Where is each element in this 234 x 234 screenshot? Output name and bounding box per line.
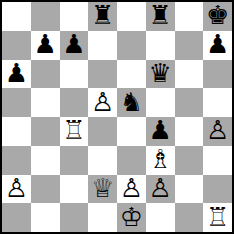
- piece-white-rook[interactable]: ♖: [62, 117, 85, 143]
- square-b6[interactable]: [31, 60, 60, 89]
- square-e4[interactable]: [117, 117, 146, 146]
- square-g2[interactable]: [175, 175, 204, 204]
- piece-black-pawn[interactable]: ♟: [62, 31, 85, 57]
- chess-board: ♜♜♚♟♟♟♟♛♙♞♖♟♙♗♙♕♙♙♔♖: [0, 0, 234, 234]
- square-f1[interactable]: [146, 203, 175, 232]
- square-c5[interactable]: [60, 88, 89, 117]
- square-a4[interactable]: [2, 117, 31, 146]
- piece-white-pawn[interactable]: ♙: [5, 175, 28, 201]
- square-a2[interactable]: ♙: [2, 175, 31, 204]
- square-h4[interactable]: ♙: [203, 117, 232, 146]
- square-h7[interactable]: ♟: [203, 31, 232, 60]
- piece-black-pawn[interactable]: ♟: [206, 31, 229, 57]
- square-a3[interactable]: [2, 146, 31, 175]
- square-a5[interactable]: [2, 88, 31, 117]
- square-c3[interactable]: [60, 146, 89, 175]
- piece-black-rook[interactable]: ♜: [91, 2, 114, 28]
- square-b7[interactable]: ♟: [31, 31, 60, 60]
- square-g1[interactable]: [175, 203, 204, 232]
- square-e3[interactable]: [117, 146, 146, 175]
- square-h8[interactable]: ♚: [203, 2, 232, 31]
- square-d3[interactable]: [88, 146, 117, 175]
- square-e2[interactable]: ♙: [117, 175, 146, 204]
- square-a1[interactable]: [2, 203, 31, 232]
- square-a8[interactable]: [2, 2, 31, 31]
- square-d7[interactable]: [88, 31, 117, 60]
- square-e1[interactable]: ♔: [117, 203, 146, 232]
- square-f3[interactable]: ♗: [146, 146, 175, 175]
- square-f5[interactable]: [146, 88, 175, 117]
- piece-white-bishop[interactable]: ♗: [148, 146, 171, 172]
- piece-white-rook[interactable]: ♖: [206, 204, 229, 230]
- piece-white-queen[interactable]: ♕: [91, 175, 114, 201]
- piece-white-king[interactable]: ♔: [120, 204, 143, 230]
- square-b3[interactable]: [31, 146, 60, 175]
- square-c2[interactable]: [60, 175, 89, 204]
- piece-black-knight[interactable]: ♞: [120, 89, 143, 115]
- square-h3[interactable]: [203, 146, 232, 175]
- square-a7[interactable]: [2, 31, 31, 60]
- piece-black-pawn[interactable]: ♟: [148, 117, 171, 143]
- piece-black-king[interactable]: ♚: [206, 2, 229, 28]
- square-b5[interactable]: [31, 88, 60, 117]
- square-d8[interactable]: ♜: [88, 2, 117, 31]
- square-h2[interactable]: [203, 175, 232, 204]
- square-h5[interactable]: [203, 88, 232, 117]
- piece-white-pawn[interactable]: ♙: [91, 89, 114, 115]
- square-f2[interactable]: ♙: [146, 175, 175, 204]
- square-c8[interactable]: [60, 2, 89, 31]
- piece-white-pawn[interactable]: ♙: [148, 175, 171, 201]
- piece-black-pawn[interactable]: ♟: [33, 31, 56, 57]
- square-f4[interactable]: ♟: [146, 117, 175, 146]
- square-f8[interactable]: ♜: [146, 2, 175, 31]
- piece-white-pawn[interactable]: ♙: [120, 175, 143, 201]
- square-e5[interactable]: ♞: [117, 88, 146, 117]
- square-g7[interactable]: [175, 31, 204, 60]
- square-d5[interactable]: ♙: [88, 88, 117, 117]
- square-d2[interactable]: ♕: [88, 175, 117, 204]
- square-c1[interactable]: [60, 203, 89, 232]
- piece-white-pawn[interactable]: ♙: [206, 117, 229, 143]
- square-b2[interactable]: [31, 175, 60, 204]
- square-g5[interactable]: [175, 88, 204, 117]
- square-b8[interactable]: [31, 2, 60, 31]
- square-d6[interactable]: [88, 60, 117, 89]
- square-c4[interactable]: ♖: [60, 117, 89, 146]
- square-c6[interactable]: [60, 60, 89, 89]
- square-h6[interactable]: [203, 60, 232, 89]
- square-a6[interactable]: ♟: [2, 60, 31, 89]
- piece-black-queen[interactable]: ♛: [148, 60, 171, 86]
- square-g3[interactable]: [175, 146, 204, 175]
- square-f6[interactable]: ♛: [146, 60, 175, 89]
- square-g8[interactable]: [175, 2, 204, 31]
- square-b1[interactable]: [31, 203, 60, 232]
- square-g4[interactable]: [175, 117, 204, 146]
- square-f7[interactable]: [146, 31, 175, 60]
- piece-black-pawn[interactable]: ♟: [5, 60, 28, 86]
- chess-diagram: ♜♜♚♟♟♟♟♛♙♞♖♟♙♗♙♕♙♙♔♖: [0, 0, 234, 234]
- square-e6[interactable]: [117, 60, 146, 89]
- square-e8[interactable]: [117, 2, 146, 31]
- square-g6[interactable]: [175, 60, 204, 89]
- square-b4[interactable]: [31, 117, 60, 146]
- square-h1[interactable]: ♖: [203, 203, 232, 232]
- square-d1[interactable]: [88, 203, 117, 232]
- square-c7[interactable]: ♟: [60, 31, 89, 60]
- square-d4[interactable]: [88, 117, 117, 146]
- piece-black-rook[interactable]: ♜: [148, 2, 171, 28]
- square-e7[interactable]: [117, 31, 146, 60]
